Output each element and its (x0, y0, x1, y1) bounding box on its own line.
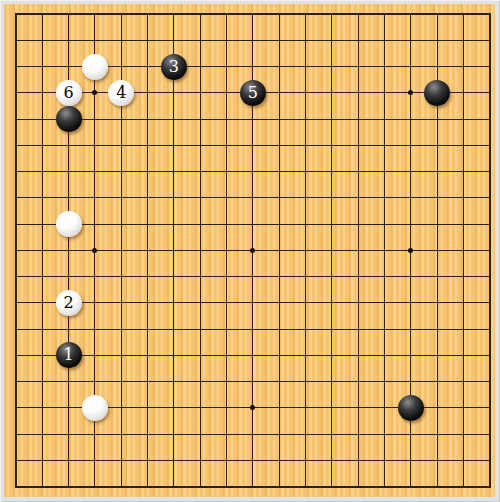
intersection[interactable] (3, 27, 29, 53)
intersection[interactable] (240, 264, 266, 290)
intersection[interactable] (161, 395, 187, 421)
intersection[interactable] (450, 80, 476, 106)
intersection[interactable] (477, 211, 500, 237)
intersection[interactable] (134, 395, 160, 421)
intersection[interactable] (108, 264, 134, 290)
intersection[interactable] (266, 211, 292, 237)
intersection[interactable] (3, 80, 29, 106)
intersection[interactable] (371, 211, 397, 237)
intersection[interactable] (371, 106, 397, 132)
intersection[interactable] (424, 106, 450, 132)
intersection[interactable] (477, 369, 500, 395)
intersection[interactable] (161, 158, 187, 184)
intersection[interactable] (292, 342, 318, 368)
intersection[interactable] (477, 290, 500, 316)
intersection[interactable] (319, 447, 345, 473)
intersection[interactable] (292, 237, 318, 263)
intersection[interactable] (55, 53, 81, 79)
intersection[interactable] (292, 1, 318, 27)
intersection[interactable] (213, 447, 239, 473)
intersection[interactable] (108, 132, 134, 158)
intersection[interactable] (29, 474, 55, 500)
intersection[interactable] (450, 53, 476, 79)
intersection[interactable] (240, 132, 266, 158)
intersection[interactable] (213, 27, 239, 53)
intersection[interactable] (29, 447, 55, 473)
intersection[interactable] (345, 237, 371, 263)
intersection[interactable] (187, 53, 213, 79)
intersection[interactable] (424, 185, 450, 211)
intersection[interactable] (450, 185, 476, 211)
intersection[interactable] (134, 421, 160, 447)
intersection[interactable] (82, 1, 108, 27)
intersection[interactable] (3, 447, 29, 473)
intersection[interactable] (266, 342, 292, 368)
intersection[interactable] (424, 53, 450, 79)
intersection[interactable] (134, 447, 160, 473)
intersection[interactable] (240, 447, 266, 473)
intersection[interactable] (266, 80, 292, 106)
intersection[interactable] (398, 474, 424, 500)
intersection[interactable] (213, 1, 239, 27)
intersection[interactable] (319, 474, 345, 500)
intersection[interactable] (134, 290, 160, 316)
intersection[interactable] (398, 447, 424, 473)
intersection[interactable] (187, 132, 213, 158)
intersection[interactable] (82, 316, 108, 342)
intersection[interactable] (292, 80, 318, 106)
intersection[interactable] (161, 342, 187, 368)
intersection[interactable] (29, 132, 55, 158)
intersection[interactable] (450, 211, 476, 237)
intersection[interactable] (29, 264, 55, 290)
intersection[interactable] (55, 185, 81, 211)
intersection[interactable] (424, 290, 450, 316)
intersection[interactable] (477, 264, 500, 290)
intersection[interactable] (450, 237, 476, 263)
intersection[interactable] (187, 290, 213, 316)
intersection[interactable] (29, 158, 55, 184)
intersection[interactable] (3, 185, 29, 211)
intersection[interactable] (345, 316, 371, 342)
intersection[interactable] (450, 158, 476, 184)
intersection[interactable] (82, 80, 108, 106)
intersection[interactable] (240, 27, 266, 53)
intersection[interactable] (3, 474, 29, 500)
intersection[interactable] (319, 421, 345, 447)
intersection[interactable] (319, 211, 345, 237)
intersection[interactable] (345, 474, 371, 500)
intersection[interactable] (371, 53, 397, 79)
intersection[interactable] (29, 316, 55, 342)
intersection[interactable] (319, 27, 345, 53)
intersection[interactable] (187, 106, 213, 132)
intersection[interactable] (29, 211, 55, 237)
intersection[interactable] (3, 421, 29, 447)
intersection[interactable] (292, 421, 318, 447)
intersection[interactable] (29, 185, 55, 211)
intersection[interactable] (345, 395, 371, 421)
intersection[interactable] (134, 185, 160, 211)
intersection[interactable] (29, 290, 55, 316)
intersection[interactable] (371, 447, 397, 473)
intersection[interactable] (371, 474, 397, 500)
intersection[interactable] (345, 80, 371, 106)
intersection[interactable] (424, 80, 450, 106)
intersection[interactable] (55, 106, 81, 132)
intersection[interactable] (477, 316, 500, 342)
intersection[interactable] (187, 421, 213, 447)
intersection[interactable]: 4 (108, 80, 134, 106)
intersection[interactable] (134, 237, 160, 263)
intersection[interactable] (450, 421, 476, 447)
intersection[interactable]: 2 (55, 290, 81, 316)
intersection[interactable] (187, 369, 213, 395)
intersection[interactable] (55, 316, 81, 342)
intersection[interactable] (108, 53, 134, 79)
intersection[interactable] (371, 237, 397, 263)
intersection[interactable] (319, 264, 345, 290)
intersection[interactable] (213, 369, 239, 395)
intersection[interactable] (187, 1, 213, 27)
intersection[interactable] (319, 53, 345, 79)
intersection[interactable] (292, 211, 318, 237)
intersection[interactable] (450, 369, 476, 395)
intersection[interactable] (477, 158, 500, 184)
intersection[interactable] (398, 369, 424, 395)
intersection[interactable] (424, 369, 450, 395)
intersection[interactable] (371, 264, 397, 290)
intersection[interactable] (266, 185, 292, 211)
intersection[interactable] (187, 237, 213, 263)
intersection[interactable] (398, 237, 424, 263)
intersection[interactable] (266, 237, 292, 263)
intersection[interactable] (82, 447, 108, 473)
intersection[interactable] (108, 447, 134, 473)
intersection[interactable] (345, 185, 371, 211)
intersection[interactable] (108, 395, 134, 421)
intersection[interactable] (345, 53, 371, 79)
intersection[interactable] (450, 474, 476, 500)
intersection[interactable] (424, 474, 450, 500)
intersection[interactable] (161, 264, 187, 290)
intersection[interactable] (398, 342, 424, 368)
intersection[interactable] (292, 395, 318, 421)
intersection[interactable] (3, 211, 29, 237)
intersection[interactable] (82, 53, 108, 79)
intersection[interactable] (134, 1, 160, 27)
intersection[interactable] (213, 316, 239, 342)
intersection[interactable] (161, 106, 187, 132)
intersection[interactable] (108, 290, 134, 316)
intersection[interactable] (82, 158, 108, 184)
intersection[interactable] (240, 290, 266, 316)
intersection[interactable] (187, 185, 213, 211)
intersection[interactable] (161, 290, 187, 316)
intersection[interactable] (29, 106, 55, 132)
intersection[interactable] (108, 237, 134, 263)
intersection[interactable] (3, 237, 29, 263)
intersection[interactable] (29, 342, 55, 368)
intersection[interactable] (82, 395, 108, 421)
intersection[interactable] (424, 237, 450, 263)
intersection[interactable] (213, 421, 239, 447)
intersection[interactable]: 6 (55, 80, 81, 106)
intersection[interactable] (477, 106, 500, 132)
intersection[interactable] (345, 211, 371, 237)
intersection[interactable] (82, 185, 108, 211)
intersection[interactable] (134, 80, 160, 106)
intersection[interactable] (108, 1, 134, 27)
intersection[interactable] (450, 316, 476, 342)
intersection[interactable] (213, 342, 239, 368)
intersection[interactable]: 3 (161, 53, 187, 79)
intersection[interactable] (424, 264, 450, 290)
intersection[interactable] (371, 27, 397, 53)
intersection[interactable] (55, 158, 81, 184)
intersection[interactable] (82, 264, 108, 290)
intersection[interactable] (477, 53, 500, 79)
intersection[interactable] (292, 185, 318, 211)
intersection[interactable] (477, 421, 500, 447)
intersection[interactable] (398, 264, 424, 290)
intersection[interactable] (398, 53, 424, 79)
intersection[interactable] (371, 395, 397, 421)
intersection[interactable] (108, 185, 134, 211)
intersection[interactable] (213, 106, 239, 132)
intersection[interactable] (134, 158, 160, 184)
intersection[interactable] (477, 447, 500, 473)
intersection[interactable] (319, 132, 345, 158)
intersection[interactable] (108, 421, 134, 447)
intersection[interactable] (345, 369, 371, 395)
intersection[interactable] (345, 1, 371, 27)
intersection[interactable] (450, 1, 476, 27)
intersection[interactable] (266, 421, 292, 447)
intersection[interactable] (398, 106, 424, 132)
intersection[interactable] (161, 80, 187, 106)
intersection[interactable] (108, 316, 134, 342)
intersection[interactable] (266, 447, 292, 473)
intersection[interactable] (108, 211, 134, 237)
intersection[interactable] (55, 1, 81, 27)
intersection[interactable] (424, 342, 450, 368)
intersection[interactable] (371, 158, 397, 184)
intersection[interactable] (187, 395, 213, 421)
intersection[interactable] (450, 27, 476, 53)
intersection[interactable] (266, 158, 292, 184)
intersection[interactable] (266, 27, 292, 53)
intersection[interactable] (29, 80, 55, 106)
intersection[interactable] (161, 447, 187, 473)
intersection[interactable] (29, 421, 55, 447)
intersection[interactable] (450, 264, 476, 290)
intersection[interactable] (477, 342, 500, 368)
intersection[interactable] (450, 132, 476, 158)
intersection[interactable] (3, 290, 29, 316)
intersection[interactable] (450, 447, 476, 473)
intersection[interactable] (424, 316, 450, 342)
intersection[interactable] (319, 342, 345, 368)
intersection[interactable] (240, 237, 266, 263)
intersection[interactable] (55, 211, 81, 237)
intersection[interactable] (450, 395, 476, 421)
intersection[interactable] (398, 316, 424, 342)
intersection[interactable] (477, 80, 500, 106)
intersection[interactable] (55, 264, 81, 290)
intersection[interactable] (371, 342, 397, 368)
intersection[interactable] (292, 316, 318, 342)
intersection[interactable] (213, 211, 239, 237)
intersection[interactable] (240, 316, 266, 342)
intersection[interactable] (424, 395, 450, 421)
intersection[interactable] (240, 474, 266, 500)
intersection[interactable] (398, 80, 424, 106)
intersection[interactable] (134, 342, 160, 368)
intersection[interactable] (108, 369, 134, 395)
intersection[interactable] (82, 342, 108, 368)
intersection[interactable] (266, 316, 292, 342)
intersection[interactable] (424, 132, 450, 158)
intersection[interactable] (266, 474, 292, 500)
intersection[interactable] (345, 27, 371, 53)
intersection[interactable] (266, 132, 292, 158)
intersection[interactable] (29, 27, 55, 53)
intersection[interactable] (450, 342, 476, 368)
intersection[interactable] (134, 211, 160, 237)
intersection[interactable] (240, 211, 266, 237)
intersection[interactable] (3, 342, 29, 368)
intersection[interactable] (266, 264, 292, 290)
intersection[interactable] (345, 342, 371, 368)
intersection[interactable] (371, 316, 397, 342)
intersection[interactable] (371, 185, 397, 211)
intersection[interactable] (29, 53, 55, 79)
intersection[interactable] (161, 27, 187, 53)
intersection[interactable] (240, 342, 266, 368)
intersection[interactable] (292, 27, 318, 53)
intersection[interactable] (82, 369, 108, 395)
intersection[interactable] (187, 342, 213, 368)
intersection[interactable] (187, 80, 213, 106)
intersection[interactable] (134, 27, 160, 53)
intersection[interactable] (398, 185, 424, 211)
intersection[interactable] (345, 158, 371, 184)
intersection[interactable] (477, 474, 500, 500)
intersection[interactable] (319, 1, 345, 27)
intersection[interactable] (266, 106, 292, 132)
intersection[interactable] (345, 421, 371, 447)
intersection[interactable] (213, 237, 239, 263)
intersection[interactable] (3, 316, 29, 342)
intersection[interactable] (134, 53, 160, 79)
intersection[interactable] (108, 474, 134, 500)
intersection[interactable] (213, 53, 239, 79)
intersection[interactable] (292, 290, 318, 316)
intersection[interactable] (161, 421, 187, 447)
intersection[interactable] (477, 185, 500, 211)
intersection[interactable] (319, 290, 345, 316)
intersection[interactable] (3, 395, 29, 421)
intersection[interactable] (82, 106, 108, 132)
intersection[interactable] (319, 369, 345, 395)
intersection[interactable] (240, 1, 266, 27)
intersection[interactable] (292, 158, 318, 184)
intersection[interactable] (371, 80, 397, 106)
intersection[interactable] (371, 369, 397, 395)
intersection[interactable] (424, 211, 450, 237)
intersection[interactable] (292, 106, 318, 132)
intersection[interactable] (345, 264, 371, 290)
intersection[interactable] (134, 106, 160, 132)
intersection[interactable] (266, 53, 292, 79)
intersection[interactable] (3, 132, 29, 158)
intersection[interactable] (187, 316, 213, 342)
intersection[interactable] (29, 237, 55, 263)
intersection[interactable] (82, 237, 108, 263)
intersection[interactable] (398, 395, 424, 421)
intersection[interactable] (3, 53, 29, 79)
intersection[interactable] (213, 474, 239, 500)
intersection[interactable] (213, 395, 239, 421)
intersection[interactable] (240, 395, 266, 421)
intersection[interactable] (3, 158, 29, 184)
intersection[interactable] (240, 421, 266, 447)
intersection[interactable] (187, 264, 213, 290)
intersection[interactable] (161, 1, 187, 27)
intersection[interactable] (3, 264, 29, 290)
intersection[interactable] (398, 158, 424, 184)
intersection[interactable] (424, 447, 450, 473)
intersection[interactable] (398, 132, 424, 158)
intersection[interactable] (266, 290, 292, 316)
intersection[interactable] (82, 211, 108, 237)
intersection[interactable] (371, 132, 397, 158)
intersection[interactable] (134, 264, 160, 290)
intersection[interactable] (161, 185, 187, 211)
intersection[interactable] (292, 447, 318, 473)
intersection[interactable] (424, 1, 450, 27)
intersection[interactable] (161, 369, 187, 395)
intersection[interactable] (477, 1, 500, 27)
intersection[interactable] (319, 185, 345, 211)
intersection[interactable] (266, 395, 292, 421)
intersection[interactable] (240, 106, 266, 132)
intersection[interactable] (187, 158, 213, 184)
intersection[interactable] (371, 290, 397, 316)
intersection[interactable] (187, 474, 213, 500)
intersection[interactable] (398, 290, 424, 316)
intersection[interactable] (266, 369, 292, 395)
intersection[interactable] (161, 237, 187, 263)
intersection[interactable] (187, 211, 213, 237)
intersection[interactable] (3, 1, 29, 27)
intersection[interactable] (108, 106, 134, 132)
intersection[interactable] (55, 27, 81, 53)
intersection[interactable] (55, 237, 81, 263)
intersection[interactable] (345, 290, 371, 316)
intersection[interactable] (55, 447, 81, 473)
intersection[interactable] (161, 132, 187, 158)
intersection[interactable] (292, 132, 318, 158)
intersection[interactable] (161, 211, 187, 237)
intersection[interactable] (187, 447, 213, 473)
intersection[interactable] (424, 421, 450, 447)
intersection[interactable] (55, 395, 81, 421)
intersection[interactable] (161, 474, 187, 500)
intersection[interactable] (477, 237, 500, 263)
intersection[interactable] (450, 106, 476, 132)
